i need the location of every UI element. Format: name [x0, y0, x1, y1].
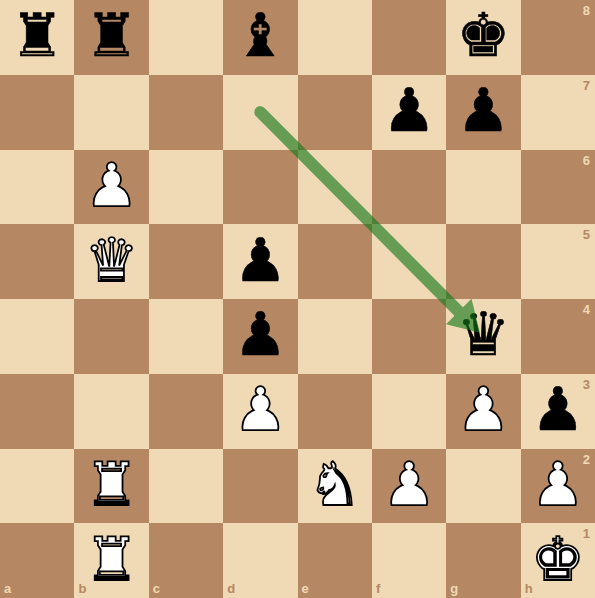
square-d7[interactable]	[223, 75, 297, 150]
square-d6[interactable]	[223, 150, 297, 225]
file-label-c: c	[153, 582, 160, 595]
square-f6[interactable]	[372, 150, 446, 225]
square-d8[interactable]: ♝	[223, 0, 297, 75]
piece-white-rook-b1[interactable]: ♜	[85, 522, 139, 596]
square-d2[interactable]	[223, 449, 297, 524]
piece-white-pawn-f2[interactable]: ♟	[382, 447, 436, 521]
square-h7[interactable]: 7	[521, 75, 595, 150]
square-g8[interactable]: ♚	[446, 0, 520, 75]
board-squares: ♜♜♝♚8♟♟7♟6♛♟5♟♛4♟♟3♟♜♞♟2♟ab♜cdefgh1♚	[0, 0, 595, 598]
piece-black-pawn-d5[interactable]: ♟	[233, 223, 287, 297]
piece-white-pawn-h2[interactable]: ♟	[531, 447, 585, 521]
square-b7[interactable]	[74, 75, 148, 150]
square-a3[interactable]	[0, 374, 74, 449]
square-d3[interactable]: ♟	[223, 374, 297, 449]
square-g3[interactable]: ♟	[446, 374, 520, 449]
piece-white-knight-e2[interactable]: ♞	[308, 447, 362, 521]
square-h8[interactable]: 8	[521, 0, 595, 75]
square-g4[interactable]: ♛	[446, 299, 520, 374]
square-g7[interactable]: ♟	[446, 75, 520, 150]
square-b1[interactable]: b♜	[74, 523, 148, 598]
square-g2[interactable]	[446, 449, 520, 524]
rank-label-5: 5	[583, 228, 590, 241]
square-e6[interactable]	[298, 150, 372, 225]
square-b2[interactable]: ♜	[74, 449, 148, 524]
square-g6[interactable]	[446, 150, 520, 225]
piece-black-pawn-d4[interactable]: ♟	[233, 297, 287, 371]
square-f8[interactable]	[372, 0, 446, 75]
square-c8[interactable]	[149, 0, 223, 75]
square-e7[interactable]	[298, 75, 372, 150]
piece-black-pawn-f7[interactable]: ♟	[382, 73, 436, 147]
piece-white-rook-b2[interactable]: ♜	[85, 447, 139, 521]
square-f7[interactable]: ♟	[372, 75, 446, 150]
rank-label-6: 6	[583, 154, 590, 167]
square-a8[interactable]: ♜	[0, 0, 74, 75]
square-f3[interactable]	[372, 374, 446, 449]
piece-black-pawn-g7[interactable]: ♟	[457, 73, 511, 147]
square-e4[interactable]	[298, 299, 372, 374]
square-h1[interactable]: h1♚	[521, 523, 595, 598]
chess-board: ♜♜♝♚8♟♟7♟6♛♟5♟♛4♟♟3♟♜♞♟2♟ab♜cdefgh1♚	[0, 0, 595, 598]
piece-white-queen-b5[interactable]: ♛	[85, 223, 139, 297]
piece-white-king-h1[interactable]: ♚	[531, 522, 585, 596]
piece-black-king-g8[interactable]: ♚	[457, 0, 511, 72]
square-h2[interactable]: 2♟	[521, 449, 595, 524]
square-b6[interactable]: ♟	[74, 150, 148, 225]
square-a7[interactable]	[0, 75, 74, 150]
square-b8[interactable]: ♜	[74, 0, 148, 75]
piece-black-rook-b8[interactable]: ♜	[85, 0, 139, 72]
square-c4[interactable]	[149, 299, 223, 374]
file-label-f: f	[376, 582, 380, 595]
square-f4[interactable]	[372, 299, 446, 374]
square-d4[interactable]: ♟	[223, 299, 297, 374]
square-a6[interactable]	[0, 150, 74, 225]
square-c3[interactable]	[149, 374, 223, 449]
piece-white-pawn-g3[interactable]: ♟	[457, 372, 511, 446]
rank-label-7: 7	[583, 79, 590, 92]
square-e8[interactable]	[298, 0, 372, 75]
square-e3[interactable]	[298, 374, 372, 449]
square-a5[interactable]	[0, 224, 74, 299]
square-g1[interactable]: g	[446, 523, 520, 598]
square-c6[interactable]	[149, 150, 223, 225]
square-d5[interactable]: ♟	[223, 224, 297, 299]
file-label-a: a	[4, 582, 11, 595]
square-h3[interactable]: 3♟	[521, 374, 595, 449]
piece-black-rook-a8[interactable]: ♜	[10, 0, 64, 72]
file-label-e: e	[302, 582, 309, 595]
rank-label-8: 8	[583, 4, 590, 17]
square-h5[interactable]: 5	[521, 224, 595, 299]
piece-black-bishop-d8[interactable]: ♝	[233, 0, 287, 72]
square-h6[interactable]: 6	[521, 150, 595, 225]
piece-black-queen-g4[interactable]: ♛	[457, 297, 511, 371]
square-c5[interactable]	[149, 224, 223, 299]
square-f2[interactable]: ♟	[372, 449, 446, 524]
file-label-g: g	[450, 582, 458, 595]
square-b4[interactable]	[74, 299, 148, 374]
piece-black-pawn-h3[interactable]: ♟	[531, 372, 585, 446]
square-d1[interactable]: d	[223, 523, 297, 598]
square-h4[interactable]: 4	[521, 299, 595, 374]
square-g5[interactable]	[446, 224, 520, 299]
piece-white-pawn-b6[interactable]: ♟	[85, 148, 139, 222]
square-c7[interactable]	[149, 75, 223, 150]
square-e1[interactable]: e	[298, 523, 372, 598]
square-a1[interactable]: a	[0, 523, 74, 598]
square-c1[interactable]: c	[149, 523, 223, 598]
square-b3[interactable]	[74, 374, 148, 449]
square-f5[interactable]	[372, 224, 446, 299]
square-a2[interactable]	[0, 449, 74, 524]
piece-white-pawn-d3[interactable]: ♟	[233, 372, 287, 446]
square-e5[interactable]	[298, 224, 372, 299]
square-c2[interactable]	[149, 449, 223, 524]
square-f1[interactable]: f	[372, 523, 446, 598]
square-e2[interactable]: ♞	[298, 449, 372, 524]
rank-label-4: 4	[583, 303, 590, 316]
file-label-d: d	[227, 582, 235, 595]
square-b5[interactable]: ♛	[74, 224, 148, 299]
square-a4[interactable]	[0, 299, 74, 374]
